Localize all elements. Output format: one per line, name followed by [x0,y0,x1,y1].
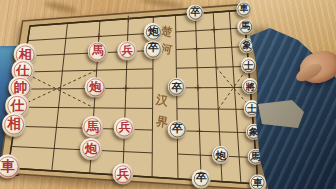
piece-char: 卒 [171,81,182,92]
piece-black-general[interactable]: 將 [242,78,258,94]
piece-char: 兵 [119,122,131,134]
piece-char: 象 [242,41,251,50]
piece-char: 卒 [196,174,207,185]
piece-char: 卒 [191,8,201,18]
piece-char: 車 [240,5,249,14]
piece-black-advisor[interactable]: 士 [241,58,257,74]
piece-char: 仕 [11,99,25,113]
piece-char: 馬 [87,121,99,133]
piece-char: 車 [1,159,15,173]
xiangqi-photo-scene: 楚河汉界 相仕帥仕相車馬炮馬炮兵兵兵車馬象士將士象馬車炮炮卒卒卒卒卒 [0,0,336,189]
piece-black-soldier[interactable]: 卒 [192,170,211,189]
piece-char: 帥 [14,81,27,94]
piece-char: 兵 [117,168,129,180]
piece-black-cannon[interactable]: 炮 [212,146,230,164]
piece-char: 兵 [122,45,133,56]
piece-char: 卒 [148,44,159,55]
piece-red-cannon[interactable]: 炮 [85,77,106,98]
piece-black-soldier[interactable]: 卒 [168,120,187,139]
piece-char: 馬 [251,152,261,162]
piece-red-soldier[interactable]: 兵 [112,164,133,185]
piece-char: 馬 [92,46,104,58]
piece-char: 相 [8,118,22,132]
piece-char: 馬 [241,22,250,31]
piece-red-elephant[interactable]: 相 [3,113,27,137]
piece-char: 將 [246,82,255,91]
piece-char: 炮 [216,150,226,160]
piece-char: 炮 [148,27,159,38]
piece-char: 車 [253,178,263,188]
piece-char: 士 [247,104,256,113]
piece-char: 仕 [16,64,29,77]
piece-black-soldier[interactable]: 卒 [144,40,163,59]
piece-red-cannon[interactable]: 炮 [80,138,102,160]
piece-char: 炮 [89,81,101,93]
piece-black-chariot[interactable]: 車 [250,175,267,189]
piece-char: 士 [244,61,253,70]
piece-char: 炮 [85,142,98,155]
piece-black-soldier[interactable]: 卒 [187,4,204,21]
piece-char: 卒 [172,124,183,135]
